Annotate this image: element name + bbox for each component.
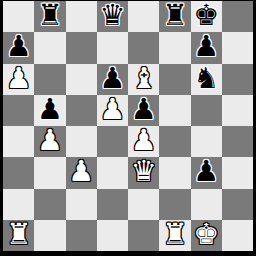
square-c1[interactable] bbox=[66, 220, 97, 251]
piece-white-queen: ♛ bbox=[131, 157, 157, 186]
piece-white-pawn: ♟ bbox=[68, 157, 94, 186]
square-f7[interactable] bbox=[159, 32, 190, 63]
square-c6[interactable] bbox=[66, 64, 97, 95]
square-e2[interactable] bbox=[128, 189, 159, 220]
square-a3[interactable] bbox=[3, 157, 34, 188]
square-a8[interactable] bbox=[3, 1, 34, 32]
square-e3[interactable]: ♛ bbox=[128, 157, 159, 188]
piece-black-rook: ♜ bbox=[37, 1, 63, 30]
piece-black-pawn: ♟ bbox=[193, 157, 219, 186]
square-f2[interactable] bbox=[159, 189, 190, 220]
square-g5[interactable] bbox=[191, 95, 222, 126]
piece-black-pawn: ♟ bbox=[99, 64, 125, 93]
square-h3[interactable] bbox=[222, 157, 253, 188]
square-d4[interactable] bbox=[97, 126, 128, 157]
square-f6[interactable] bbox=[159, 64, 190, 95]
square-b1[interactable] bbox=[34, 220, 65, 251]
square-h4[interactable] bbox=[222, 126, 253, 157]
square-h5[interactable] bbox=[222, 95, 253, 126]
square-a2[interactable] bbox=[3, 189, 34, 220]
square-h1[interactable] bbox=[222, 220, 253, 251]
square-c8[interactable] bbox=[66, 1, 97, 32]
piece-white-pawn: ♟ bbox=[99, 95, 125, 124]
square-h7[interactable] bbox=[222, 32, 253, 63]
square-h2[interactable] bbox=[222, 189, 253, 220]
piece-black-pawn: ♟ bbox=[131, 95, 157, 124]
square-c7[interactable] bbox=[66, 32, 97, 63]
piece-white-pawn: ♟ bbox=[6, 64, 32, 93]
square-a4[interactable] bbox=[3, 126, 34, 157]
square-f4[interactable] bbox=[159, 126, 190, 157]
piece-black-pawn: ♟ bbox=[193, 32, 219, 61]
square-d6[interactable]: ♟ bbox=[97, 64, 128, 95]
square-g1[interactable]: ♚ bbox=[191, 220, 222, 251]
square-c3[interactable]: ♟ bbox=[66, 157, 97, 188]
square-g7[interactable]: ♟ bbox=[191, 32, 222, 63]
piece-white-pawn: ♟ bbox=[37, 126, 63, 155]
square-d3[interactable] bbox=[97, 157, 128, 188]
square-a1[interactable]: ♜ bbox=[3, 220, 34, 251]
square-f8[interactable]: ♜ bbox=[159, 1, 190, 32]
square-a7[interactable]: ♟ bbox=[3, 32, 34, 63]
piece-white-pawn: ♟ bbox=[131, 126, 157, 155]
square-d8[interactable]: ♛ bbox=[97, 1, 128, 32]
square-c5[interactable] bbox=[66, 95, 97, 126]
square-b7[interactable] bbox=[34, 32, 65, 63]
square-a6[interactable]: ♟ bbox=[3, 64, 34, 95]
piece-white-rook: ♜ bbox=[6, 220, 32, 249]
square-g8[interactable]: ♚ bbox=[191, 1, 222, 32]
square-d2[interactable] bbox=[97, 189, 128, 220]
chessboard: ♜♛♜♚♟♟♟♟♝♞♟♟♟♟♟♟♛♟♜♜♚ bbox=[3, 1, 253, 251]
square-h8[interactable] bbox=[222, 1, 253, 32]
square-b5[interactable]: ♟ bbox=[34, 95, 65, 126]
square-b8[interactable]: ♜ bbox=[34, 1, 65, 32]
square-e8[interactable] bbox=[128, 1, 159, 32]
square-e6[interactable]: ♝ bbox=[128, 64, 159, 95]
piece-black-queen: ♛ bbox=[99, 1, 125, 30]
piece-white-rook: ♜ bbox=[162, 220, 188, 249]
square-f5[interactable] bbox=[159, 95, 190, 126]
piece-black-rook: ♜ bbox=[162, 1, 188, 30]
square-b6[interactable] bbox=[34, 64, 65, 95]
square-e1[interactable] bbox=[128, 220, 159, 251]
square-e4[interactable]: ♟ bbox=[128, 126, 159, 157]
square-h6[interactable] bbox=[222, 64, 253, 95]
piece-white-bishop: ♝ bbox=[131, 64, 157, 93]
piece-black-pawn: ♟ bbox=[37, 95, 63, 124]
square-b4[interactable]: ♟ bbox=[34, 126, 65, 157]
square-g3[interactable]: ♟ bbox=[191, 157, 222, 188]
piece-black-knight: ♞ bbox=[193, 64, 219, 93]
square-g2[interactable] bbox=[191, 189, 222, 220]
square-b3[interactable] bbox=[34, 157, 65, 188]
square-c2[interactable] bbox=[66, 189, 97, 220]
piece-black-king: ♚ bbox=[193, 1, 219, 30]
square-g6[interactable]: ♞ bbox=[191, 64, 222, 95]
piece-white-king: ♚ bbox=[193, 220, 219, 249]
square-c4[interactable] bbox=[66, 126, 97, 157]
chessboard-frame: ♜♛♜♚♟♟♟♟♝♞♟♟♟♟♟♟♛♟♜♜♚ bbox=[0, 0, 256, 256]
square-b2[interactable] bbox=[34, 189, 65, 220]
square-d7[interactable] bbox=[97, 32, 128, 63]
square-g4[interactable] bbox=[191, 126, 222, 157]
square-d1[interactable] bbox=[97, 220, 128, 251]
square-f1[interactable]: ♜ bbox=[159, 220, 190, 251]
square-d5[interactable]: ♟ bbox=[97, 95, 128, 126]
square-a5[interactable] bbox=[3, 95, 34, 126]
square-f3[interactable] bbox=[159, 157, 190, 188]
square-e7[interactable] bbox=[128, 32, 159, 63]
piece-black-pawn: ♟ bbox=[6, 32, 32, 61]
square-e5[interactable]: ♟ bbox=[128, 95, 159, 126]
